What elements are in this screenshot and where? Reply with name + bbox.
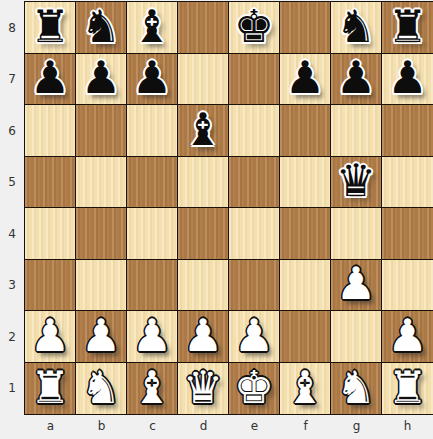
rank-label-6: 6 (0, 105, 24, 157)
square-b4[interactable] (76, 208, 127, 260)
square-h5[interactable] (382, 157, 433, 209)
square-b2[interactable]: ♟ (76, 311, 127, 363)
square-h3[interactable] (382, 260, 433, 312)
square-g5[interactable]: ♛ (331, 157, 382, 209)
square-f4[interactable] (280, 208, 331, 260)
black-queen-g5[interactable]: ♛ (336, 155, 376, 206)
white-pawn-c2[interactable]: ♟ (132, 310, 172, 361)
square-d4[interactable] (178, 208, 229, 260)
square-h8[interactable]: ♜ (382, 2, 433, 54)
square-c3[interactable] (127, 260, 178, 312)
file-label-e: e (229, 416, 280, 439)
square-c1[interactable]: ♝ (127, 363, 178, 415)
square-d7[interactable] (178, 54, 229, 106)
square-f7[interactable]: ♟ (280, 54, 331, 106)
square-e7[interactable] (229, 54, 280, 106)
black-bishop-c8[interactable]: ♝ (132, 1, 172, 52)
square-g7[interactable]: ♟ (331, 54, 382, 106)
square-f8[interactable] (280, 2, 331, 54)
square-c5[interactable] (127, 157, 178, 209)
white-knight-g1[interactable]: ♞ (336, 362, 376, 413)
square-c4[interactable] (127, 208, 178, 260)
white-pawn-d2[interactable]: ♟ (183, 310, 223, 361)
white-pawn-g3[interactable]: ♟ (336, 258, 376, 309)
rank-label-4: 4 (0, 208, 24, 260)
black-bishop-d6[interactable]: ♝ (183, 104, 223, 155)
white-king-e1[interactable]: ♚ (234, 362, 274, 413)
rank-label-5: 5 (0, 157, 24, 209)
square-e2[interactable]: ♟ (229, 311, 280, 363)
black-rook-a8[interactable]: ♜ (30, 1, 70, 52)
rank-labels: 87654321 (0, 2, 24, 414)
black-pawn-b7[interactable]: ♟ (81, 52, 121, 103)
square-b6[interactable] (76, 105, 127, 157)
rank-label-1: 1 (0, 363, 24, 415)
black-rook-h8[interactable]: ♜ (387, 1, 427, 52)
black-pawn-a7[interactable]: ♟ (30, 52, 70, 103)
white-pawn-e2[interactable]: ♟ (234, 310, 274, 361)
file-label-b: b (76, 416, 127, 439)
square-c8[interactable]: ♝ (127, 2, 178, 54)
black-knight-b8[interactable]: ♞ (81, 1, 121, 52)
square-f6[interactable] (280, 105, 331, 157)
black-king-e8[interactable]: ♚ (234, 1, 274, 52)
black-pawn-f7[interactable]: ♟ (285, 52, 325, 103)
square-e4[interactable] (229, 208, 280, 260)
square-g3[interactable]: ♟ (331, 260, 382, 312)
white-pawn-a2[interactable]: ♟ (30, 310, 70, 361)
square-h1[interactable]: ♜ (382, 363, 433, 415)
square-h2[interactable]: ♟ (382, 311, 433, 363)
black-pawn-g7[interactable]: ♟ (336, 52, 376, 103)
file-label-g: g (331, 416, 382, 439)
rank-label-8: 8 (0, 2, 24, 54)
square-a7[interactable]: ♟ (25, 54, 76, 106)
white-rook-h1[interactable]: ♜ (387, 362, 427, 413)
square-g8[interactable]: ♞ (331, 2, 382, 54)
square-b5[interactable] (76, 157, 127, 209)
square-a4[interactable] (25, 208, 76, 260)
square-f3[interactable] (280, 260, 331, 312)
square-d3[interactable] (178, 260, 229, 312)
square-f5[interactable] (280, 157, 331, 209)
square-d6[interactable]: ♝ (178, 105, 229, 157)
square-g6[interactable] (331, 105, 382, 157)
square-e5[interactable] (229, 157, 280, 209)
black-pawn-h7[interactable]: ♟ (387, 52, 427, 103)
square-b1[interactable]: ♞ (76, 363, 127, 415)
square-b7[interactable]: ♟ (76, 54, 127, 106)
white-bishop-f1[interactable]: ♝ (285, 362, 325, 413)
rank-label-7: 7 (0, 54, 24, 106)
black-pawn-c7[interactable]: ♟ (132, 52, 172, 103)
square-h7[interactable]: ♟ (382, 54, 433, 106)
rank-label-3: 3 (0, 260, 24, 312)
file-label-f: f (280, 416, 331, 439)
white-knight-b1[interactable]: ♞ (81, 362, 121, 413)
square-e3[interactable] (229, 260, 280, 312)
white-pawn-b2[interactable]: ♟ (81, 310, 121, 361)
square-f1[interactable]: ♝ (280, 363, 331, 415)
chess-board[interactable]: ♜♞♝♚♞♜♟♟♟♟♟♟♝♛♟♟♟♟♟♟♟♜♞♝♛♚♝♞♜ (24, 1, 433, 415)
square-a8[interactable]: ♜ (25, 2, 76, 54)
square-a1[interactable]: ♜ (25, 363, 76, 415)
black-knight-g8[interactable]: ♞ (336, 1, 376, 52)
square-a5[interactable] (25, 157, 76, 209)
square-h4[interactable] (382, 208, 433, 260)
square-b8[interactable]: ♞ (76, 2, 127, 54)
square-d1[interactable]: ♛ (178, 363, 229, 415)
square-e8[interactable]: ♚ (229, 2, 280, 54)
file-labels: abcdefgh (25, 416, 433, 439)
square-d5[interactable] (178, 157, 229, 209)
square-a6[interactable] (25, 105, 76, 157)
square-c7[interactable]: ♟ (127, 54, 178, 106)
square-g4[interactable] (331, 208, 382, 260)
chess-board-window: 87654321 ♜♞♝♚♞♜♟♟♟♟♟♟♝♛♟♟♟♟♟♟♟♜♞♝♛♚♝♞♜ a… (0, 0, 433, 439)
rank-label-2: 2 (0, 311, 24, 363)
square-g2[interactable] (331, 311, 382, 363)
square-b3[interactable] (76, 260, 127, 312)
square-a2[interactable]: ♟ (25, 311, 76, 363)
square-h6[interactable] (382, 105, 433, 157)
file-label-c: c (127, 416, 178, 439)
square-g1[interactable]: ♞ (331, 363, 382, 415)
square-d8[interactable] (178, 2, 229, 54)
white-rook-a1[interactable]: ♜ (30, 362, 70, 413)
square-d2[interactable]: ♟ (178, 311, 229, 363)
square-f2[interactable] (280, 311, 331, 363)
square-a3[interactable] (25, 260, 76, 312)
square-c2[interactable]: ♟ (127, 311, 178, 363)
square-e1[interactable]: ♚ (229, 363, 280, 415)
white-queen-d1[interactable]: ♛ (183, 362, 223, 413)
square-e6[interactable] (229, 105, 280, 157)
file-label-a: a (25, 416, 76, 439)
white-bishop-c1[interactable]: ♝ (132, 362, 172, 413)
file-label-d: d (178, 416, 229, 439)
square-c6[interactable] (127, 105, 178, 157)
file-label-h: h (382, 416, 433, 439)
white-pawn-h2[interactable]: ♟ (387, 310, 427, 361)
